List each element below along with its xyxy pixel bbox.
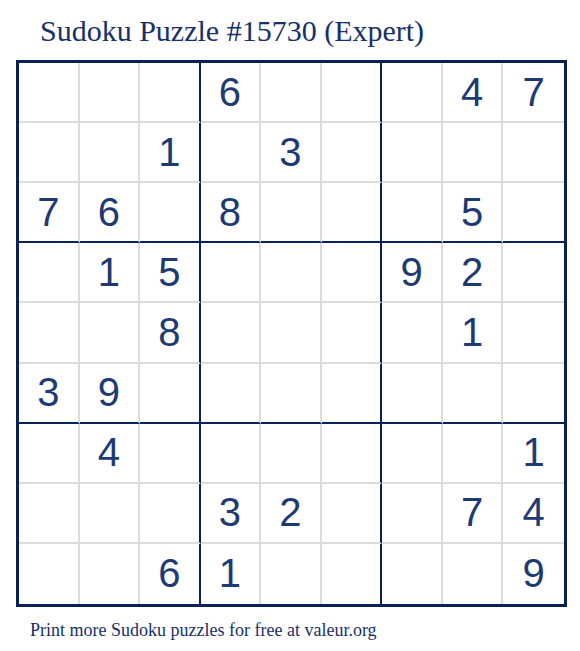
cell-r3c8: 5 <box>443 183 504 243</box>
cell-r1c9: 7 <box>503 63 564 123</box>
cell-r8c7 <box>382 484 443 544</box>
cell-r1c4: 6 <box>201 63 262 123</box>
sudoku-board: 64713768515928139413274619 <box>16 60 567 607</box>
cell-r6c1: 3 <box>19 364 80 424</box>
cell-r2c4 <box>201 123 262 183</box>
cell-r7c8 <box>443 424 504 484</box>
cell-r2c1 <box>19 123 80 183</box>
cell-r4c5 <box>261 243 322 303</box>
cell-r2c2 <box>80 123 141 183</box>
cell-r4c6 <box>322 243 383 303</box>
cell-r6c7 <box>382 364 443 424</box>
cell-r5c1 <box>19 303 80 363</box>
cell-r5c3: 8 <box>140 303 201 363</box>
cell-r5c5 <box>261 303 322 363</box>
cell-r4c8: 2 <box>443 243 504 303</box>
cell-r8c5: 2 <box>261 484 322 544</box>
cell-r5c4 <box>201 303 262 363</box>
cell-r2c3: 1 <box>140 123 201 183</box>
cell-r4c4 <box>201 243 262 303</box>
cell-r3c6 <box>322 183 383 243</box>
cell-r8c9: 4 <box>503 484 564 544</box>
cell-r5c7 <box>382 303 443 363</box>
cell-r8c2 <box>80 484 141 544</box>
cell-r3c5 <box>261 183 322 243</box>
cell-r6c8 <box>443 364 504 424</box>
cell-r9c9: 9 <box>503 544 564 604</box>
cell-r6c5 <box>261 364 322 424</box>
cell-r4c9 <box>503 243 564 303</box>
cell-r7c5 <box>261 424 322 484</box>
cell-r4c3: 5 <box>140 243 201 303</box>
cell-r3c2: 6 <box>80 183 141 243</box>
cell-r3c1: 7 <box>19 183 80 243</box>
cell-r1c8: 4 <box>443 63 504 123</box>
cell-r1c7 <box>382 63 443 123</box>
cell-r7c2: 4 <box>80 424 141 484</box>
cell-r1c5 <box>261 63 322 123</box>
cell-r4c7: 9 <box>382 243 443 303</box>
cell-r1c2 <box>80 63 141 123</box>
cell-r7c3 <box>140 424 201 484</box>
cell-r5c8: 1 <box>443 303 504 363</box>
footer-text: Print more Sudoku puzzles for free at va… <box>30 620 580 641</box>
cell-r2c7 <box>382 123 443 183</box>
cell-r3c9 <box>503 183 564 243</box>
cell-r9c1 <box>19 544 80 604</box>
cell-r9c5 <box>261 544 322 604</box>
cell-r3c4: 8 <box>201 183 262 243</box>
cell-r8c8: 7 <box>443 484 504 544</box>
cell-r2c9 <box>503 123 564 183</box>
cell-r6c6 <box>322 364 383 424</box>
cell-r2c8 <box>443 123 504 183</box>
cell-r9c7 <box>382 544 443 604</box>
cell-r7c4 <box>201 424 262 484</box>
cell-r5c6 <box>322 303 383 363</box>
cell-r5c9 <box>503 303 564 363</box>
cell-r7c7 <box>382 424 443 484</box>
cell-r8c4: 3 <box>201 484 262 544</box>
cell-r8c6 <box>322 484 383 544</box>
cell-r9c6 <box>322 544 383 604</box>
cell-r6c4 <box>201 364 262 424</box>
cell-r3c3 <box>140 183 201 243</box>
cell-r4c1 <box>19 243 80 303</box>
cell-r9c2 <box>80 544 141 604</box>
cell-r1c6 <box>322 63 383 123</box>
cell-r6c3 <box>140 364 201 424</box>
cell-r4c2: 1 <box>80 243 141 303</box>
cell-r9c3: 6 <box>140 544 201 604</box>
cell-r8c3 <box>140 484 201 544</box>
cell-r9c8 <box>443 544 504 604</box>
cell-r9c4: 1 <box>201 544 262 604</box>
cell-r2c6 <box>322 123 383 183</box>
cell-r8c1 <box>19 484 80 544</box>
cell-r2c5: 3 <box>261 123 322 183</box>
cell-r3c7 <box>382 183 443 243</box>
cell-r5c2 <box>80 303 141 363</box>
cell-r7c1 <box>19 424 80 484</box>
page-title: Sudoku Puzzle #15730 (Expert) <box>0 0 580 48</box>
cell-r1c3 <box>140 63 201 123</box>
cell-r7c6 <box>322 424 383 484</box>
cell-r1c1 <box>19 63 80 123</box>
cell-r7c9: 1 <box>503 424 564 484</box>
cell-r6c9 <box>503 364 564 424</box>
cell-r6c2: 9 <box>80 364 141 424</box>
